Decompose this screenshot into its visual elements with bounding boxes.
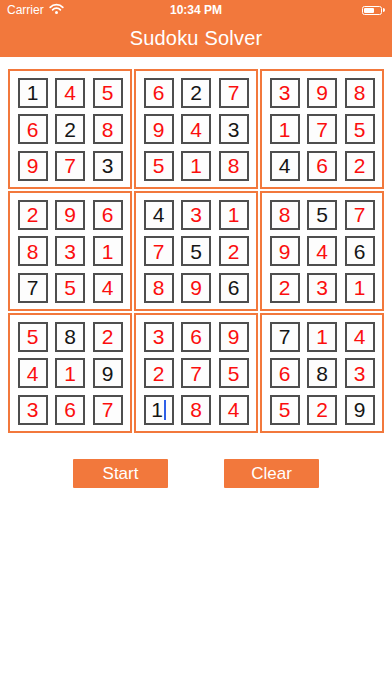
- cell-value: 7: [316, 119, 328, 140]
- cell-r2c6[interactable]: 3: [219, 114, 249, 144]
- cell-r8c3[interactable]: 9: [93, 358, 123, 388]
- page-title: Sudoku Solver: [130, 27, 263, 50]
- cell-r1c8[interactable]: 9: [307, 78, 337, 108]
- app-screen: Carrier 10:34 PM Sudoku Solver 145628973…: [0, 0, 392, 696]
- cell-r6c7[interactable]: 2: [270, 273, 300, 303]
- cell-r4c8[interactable]: 5: [307, 200, 337, 230]
- cell-value: 9: [354, 399, 366, 420]
- cell-value: 1: [279, 119, 291, 140]
- cell-r1c1[interactable]: 1: [18, 78, 48, 108]
- cell-value: 5: [27, 326, 39, 347]
- cell-value: 8: [153, 277, 165, 298]
- cell-r3c1[interactable]: 9: [18, 151, 48, 181]
- cell-r9c3[interactable]: 7: [93, 395, 123, 425]
- cell-r8c9[interactable]: 3: [345, 358, 375, 388]
- cell-value: 2: [228, 241, 240, 262]
- cell-r3c2[interactable]: 7: [55, 151, 85, 181]
- cell-value: 6: [190, 326, 202, 347]
- cell-r8c1[interactable]: 4: [18, 358, 48, 388]
- cell-r7c6[interactable]: 9: [219, 322, 249, 352]
- box-2: 627943518: [134, 69, 258, 189]
- cell-r4c3[interactable]: 6: [93, 200, 123, 230]
- cell-r8c2[interactable]: 1: [55, 358, 85, 388]
- cell-value: 3: [228, 119, 240, 140]
- cell-value: 3: [354, 363, 366, 384]
- cell-r5c4[interactable]: 7: [144, 236, 174, 266]
- cell-r9c4[interactable]: 1: [144, 395, 174, 425]
- cell-r7c9[interactable]: 4: [345, 322, 375, 352]
- cell-r7c4[interactable]: 3: [144, 322, 174, 352]
- cell-r3c5[interactable]: 1: [181, 151, 211, 181]
- box-1: 145628973: [8, 69, 132, 189]
- cell-value: 7: [102, 399, 114, 420]
- cell-value: 2: [354, 155, 366, 176]
- cell-value: 8: [190, 399, 202, 420]
- cell-r2c9[interactable]: 5: [345, 114, 375, 144]
- cell-value: 4: [64, 82, 76, 103]
- cell-value: 9: [102, 363, 114, 384]
- status-bar: Carrier 10:34 PM: [0, 0, 392, 20]
- cell-r3c6[interactable]: 8: [219, 151, 249, 181]
- cell-value: 7: [27, 277, 39, 298]
- cell-r2c2[interactable]: 2: [55, 114, 85, 144]
- cell-value: 6: [27, 119, 39, 140]
- cell-value: 5: [102, 82, 114, 103]
- text-caret: [164, 400, 166, 420]
- cell-value: 1: [27, 82, 39, 103]
- cell-r4c2[interactable]: 9: [55, 200, 85, 230]
- cell-value: 3: [102, 155, 114, 176]
- cell-value: 3: [190, 204, 202, 225]
- cell-value: 9: [153, 119, 165, 140]
- cell-r9c6[interactable]: 4: [219, 395, 249, 425]
- cell-r4c1[interactable]: 2: [18, 200, 48, 230]
- cell-value: 2: [190, 82, 202, 103]
- carrier-label: Carrier: [7, 3, 44, 17]
- cell-r5c2[interactable]: 3: [55, 236, 85, 266]
- cell-value: 3: [27, 399, 39, 420]
- box-6: 857946231: [260, 191, 384, 311]
- cell-value: 6: [279, 363, 291, 384]
- cell-r5c6[interactable]: 2: [219, 236, 249, 266]
- cell-value: 2: [279, 277, 291, 298]
- cell-value: 7: [153, 241, 165, 262]
- box-3: 398175462: [260, 69, 384, 189]
- cell-value: 7: [190, 363, 202, 384]
- cell-value: 5: [279, 399, 291, 420]
- cell-value: 1: [316, 326, 328, 347]
- cell-r1c2[interactable]: 4: [55, 78, 85, 108]
- cell-value: 8: [354, 82, 366, 103]
- cell-r6c2[interactable]: 5: [55, 273, 85, 303]
- cell-r8c8[interactable]: 8: [307, 358, 337, 388]
- cell-value: 6: [316, 155, 328, 176]
- cell-value: 6: [153, 82, 165, 103]
- cell-r6c4[interactable]: 8: [144, 273, 174, 303]
- cell-value: 2: [102, 326, 114, 347]
- cell-value: 9: [316, 82, 328, 103]
- cell-r8c6[interactable]: 5: [219, 358, 249, 388]
- cell-value: 6: [228, 277, 240, 298]
- cell-r5c5[interactable]: 5: [181, 236, 211, 266]
- cell-value: 2: [153, 363, 165, 384]
- cell-r1c7[interactable]: 3: [270, 78, 300, 108]
- cell-r8c4[interactable]: 2: [144, 358, 174, 388]
- cell-r9c5[interactable]: 8: [181, 395, 211, 425]
- cell-value: 7: [354, 204, 366, 225]
- box-7: 582419367: [8, 313, 132, 433]
- cell-value: 5: [316, 204, 328, 225]
- clear-button[interactable]: Clear: [224, 459, 319, 488]
- cell-r9c9[interactable]: 9: [345, 395, 375, 425]
- status-bar-right: [362, 6, 385, 15]
- cell-value: 9: [228, 326, 240, 347]
- cell-value: 5: [190, 241, 202, 262]
- cell-r8c5[interactable]: 7: [181, 358, 211, 388]
- cell-value: 6: [64, 399, 76, 420]
- cell-r9c1[interactable]: 3: [18, 395, 48, 425]
- cell-r4c6[interactable]: 1: [219, 200, 249, 230]
- cell-r9c2[interactable]: 6: [55, 395, 85, 425]
- box-5: 431752896: [134, 191, 258, 311]
- cell-r6c5[interactable]: 9: [181, 273, 211, 303]
- cell-r2c5[interactable]: 4: [181, 114, 211, 144]
- box-9: 714683529: [260, 313, 384, 433]
- cell-value: 2: [64, 119, 76, 140]
- cell-value: 4: [153, 204, 165, 225]
- cell-value: 3: [64, 241, 76, 262]
- cell-value: 8: [27, 241, 39, 262]
- cell-value: 9: [27, 155, 39, 176]
- cell-r1c6[interactable]: 7: [219, 78, 249, 108]
- cell-value: 8: [228, 155, 240, 176]
- cell-r7c2[interactable]: 8: [55, 322, 85, 352]
- cell-value: 2: [27, 204, 39, 225]
- cell-value: 6: [102, 204, 114, 225]
- sudoku-board: 1456289736279435183981754622968317544317…: [8, 69, 384, 433]
- cell-value: 9: [190, 277, 202, 298]
- cell-value: 8: [316, 363, 328, 384]
- battery-icon: [362, 6, 385, 15]
- cell-r2c7[interactable]: 1: [270, 114, 300, 144]
- cell-r6c6[interactable]: 6: [219, 273, 249, 303]
- cell-r6c8[interactable]: 3: [307, 273, 337, 303]
- cell-value: 1: [64, 363, 76, 384]
- cell-r7c3[interactable]: 2: [93, 322, 123, 352]
- cell-r8c7[interactable]: 6: [270, 358, 300, 388]
- cell-r3c4[interactable]: 5: [144, 151, 174, 181]
- cell-r6c9[interactable]: 1: [345, 273, 375, 303]
- cell-value: 5: [153, 155, 165, 176]
- cell-value: 3: [279, 82, 291, 103]
- nav-bar: Sudoku Solver: [0, 20, 392, 57]
- cell-value: 3: [153, 326, 165, 347]
- cell-value: 4: [228, 399, 240, 420]
- cell-value: 6: [354, 241, 366, 262]
- cell-r2c3[interactable]: 8: [93, 114, 123, 144]
- cell-r1c3[interactable]: 5: [93, 78, 123, 108]
- cell-r9c8[interactable]: 2: [307, 395, 337, 425]
- cell-value: 7: [64, 155, 76, 176]
- cell-value: 3: [316, 277, 328, 298]
- cell-r1c9[interactable]: 8: [345, 78, 375, 108]
- cell-r1c4[interactable]: 6: [144, 78, 174, 108]
- cell-r4c7[interactable]: 8: [270, 200, 300, 230]
- cell-value: 7: [228, 82, 240, 103]
- cell-r5c3[interactable]: 1: [93, 236, 123, 266]
- cell-r5c9[interactable]: 6: [345, 236, 375, 266]
- cell-r7c8[interactable]: 1: [307, 322, 337, 352]
- cell-value: 4: [27, 363, 39, 384]
- cell-r5c1[interactable]: 8: [18, 236, 48, 266]
- cell-value: 8: [279, 204, 291, 225]
- cell-r6c3[interactable]: 4: [93, 273, 123, 303]
- status-bar-left: Carrier: [7, 3, 64, 17]
- cell-value: 9: [64, 204, 76, 225]
- cell-value: 4: [279, 155, 291, 176]
- cell-value: 7: [279, 326, 291, 347]
- cell-value: 1: [190, 155, 202, 176]
- cell-value: 4: [316, 241, 328, 262]
- cell-r4c9[interactable]: 7: [345, 200, 375, 230]
- cell-r1c5[interactable]: 2: [181, 78, 211, 108]
- cell-value: 1: [151, 399, 163, 420]
- cell-value: 1: [102, 241, 114, 262]
- cell-value: 4: [102, 277, 114, 298]
- start-button[interactable]: Start: [73, 459, 168, 488]
- cell-r2c8[interactable]: 7: [307, 114, 337, 144]
- cell-value: 5: [354, 119, 366, 140]
- cell-r4c4[interactable]: 4: [144, 200, 174, 230]
- cell-value: 1: [228, 204, 240, 225]
- cell-r9c7[interactable]: 5: [270, 395, 300, 425]
- cell-value: 2: [316, 399, 328, 420]
- action-buttons: Start Clear: [0, 459, 392, 488]
- cell-r6c1[interactable]: 7: [18, 273, 48, 303]
- wifi-icon: [49, 3, 64, 17]
- cell-r2c4[interactable]: 9: [144, 114, 174, 144]
- cell-value: 4: [190, 119, 202, 140]
- cell-value: 4: [354, 326, 366, 347]
- cell-r7c7[interactable]: 7: [270, 322, 300, 352]
- cell-value: 5: [228, 363, 240, 384]
- cell-r7c5[interactable]: 6: [181, 322, 211, 352]
- cell-r7c1[interactable]: 5: [18, 322, 48, 352]
- cell-r4c5[interactable]: 3: [181, 200, 211, 230]
- box-8: 369275184: [134, 313, 258, 433]
- cell-r3c8[interactable]: 6: [307, 151, 337, 181]
- cell-value: 8: [64, 326, 76, 347]
- cell-value: 5: [64, 277, 76, 298]
- cell-value: 1: [354, 277, 366, 298]
- cell-value: 8: [102, 119, 114, 140]
- box-4: 296831754: [8, 191, 132, 311]
- cell-value: 9: [279, 241, 291, 262]
- cell-r3c9[interactable]: 2: [345, 151, 375, 181]
- cell-r5c7[interactable]: 9: [270, 236, 300, 266]
- cell-r2c1[interactable]: 6: [18, 114, 48, 144]
- cell-r3c7[interactable]: 4: [270, 151, 300, 181]
- cell-r5c8[interactable]: 4: [307, 236, 337, 266]
- cell-r3c3[interactable]: 3: [93, 151, 123, 181]
